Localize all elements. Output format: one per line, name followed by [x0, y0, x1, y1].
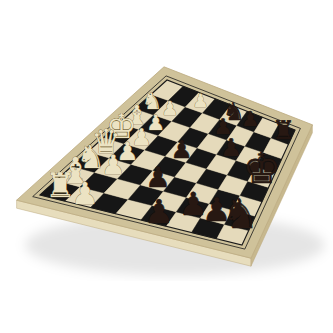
piece-black-pawn-h6: ♟	[241, 107, 259, 131]
piece-black-king-e8: ♚	[243, 144, 281, 193]
piece-black-pawn-c4: ♟	[145, 161, 170, 194]
chess-set-photo: ♟♞♟♞♝♟♟♟♚♜♟♛♟♟♟♞♟♝♚♟♜♟♟♟♟♞	[0, 0, 333, 333]
piece-black-pawn-e4: ♟	[171, 135, 193, 164]
piece-black-rook-h8: ♜	[272, 115, 295, 145]
board-svg: ♟♞♟♞♝♟♟♟♚♜♟♛♟♟♟♞♟♝♚♟♜♟♟♟♟♞	[0, 0, 333, 333]
piece-white-pawn-h3: ♟	[192, 90, 208, 111]
piece-white-pawn-c2: ♟	[101, 149, 125, 180]
piece-white-pawn-a2: ♟	[71, 176, 98, 211]
piece-black-pawn-f6: ♟	[220, 133, 242, 162]
piece-black-knight-b8: ♞	[222, 190, 259, 238]
piece-black-pawn-a5: ♟	[144, 193, 173, 231]
